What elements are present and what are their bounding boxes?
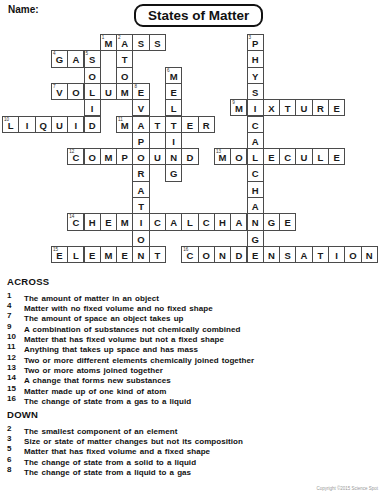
cell-letter: T [166, 118, 181, 132]
cell-letter: U [52, 118, 67, 132]
cell-letter: C [280, 151, 295, 165]
clue-number: 6 [7, 455, 24, 465]
across-clue-4: 4Matter with no fixed volume and no fixe… [7, 301, 254, 311]
across-clue-9: 9A combination of substances not chemica… [7, 322, 254, 332]
down-clue-3: 3Size or state of matter changes but not… [7, 434, 243, 444]
cell-letter: G [248, 232, 263, 246]
clue-number: 12 [7, 353, 24, 363]
grid-cell-r8c8[interactable]: R [132, 164, 149, 181]
cell-letter: L [313, 151, 328, 165]
grid-cell-r3c8[interactable]: 8E [132, 83, 149, 100]
grid-cell-r5c10[interactable]: T [165, 116, 182, 133]
grid-cell-r4c10[interactable]: L [165, 99, 182, 116]
down-clues-section: DOWN 2The smallest component of an eleme… [7, 409, 243, 475]
cell-letter: E [101, 216, 116, 230]
cell-letter: T [313, 248, 328, 262]
cell-letter: T [117, 53, 132, 67]
down-clue-2: 2The smallest component of an element [7, 424, 243, 434]
grid-cell-r3c5[interactable]: L [84, 83, 101, 100]
cell-letter: N [362, 248, 377, 262]
cell-letter: N [215, 248, 230, 262]
cell-letter: O [68, 85, 83, 99]
grid-cell-r7c17[interactable]: C [279, 148, 296, 165]
grid-cell-r7c4[interactable]: 12C [67, 148, 84, 165]
cell-letter: U [296, 102, 311, 116]
grid-cell-r1c3[interactable]: 4G [51, 50, 68, 67]
cell-letter: A [296, 248, 311, 262]
grid-cell-r12c15[interactable]: G [247, 230, 264, 247]
grid-cell-r5c12[interactable]: R [198, 116, 215, 133]
down-heading: DOWN [7, 409, 243, 420]
grid-cell-r11c9[interactable]: C [149, 213, 166, 230]
cell-letter: T [150, 118, 165, 132]
cell-letter: A [248, 134, 263, 148]
clue-number: 11 [7, 342, 24, 352]
grid-cell-r7c20[interactable]: E [328, 148, 345, 165]
grid-cell-r13c20[interactable]: I [328, 246, 345, 263]
grid-cell-r13c5[interactable]: E [84, 246, 101, 263]
grid-cell-r13c21[interactable]: O [344, 246, 361, 263]
grid-cell-r0c9[interactable]: S [149, 34, 166, 51]
grid-cell-r7c6[interactable]: M [100, 148, 117, 165]
down-clue-5: 5Matter that has fixed volume and a fixe… [7, 444, 243, 454]
grid-cell-r12c8[interactable]: O [132, 230, 149, 247]
grid-cell-r4c15[interactable]: I [247, 99, 264, 116]
grid-cell-r11c10[interactable]: A [165, 213, 182, 230]
grid-cell-r11c11[interactable]: L [181, 213, 198, 230]
grid-cell-r11c14[interactable]: A [230, 213, 247, 230]
cell-letter: O [85, 69, 100, 83]
grid-cell-r9c15[interactable]: H [247, 181, 264, 198]
grid-cell-r7c8[interactable]: O [132, 148, 149, 165]
grid-cell-r4c8[interactable]: V [132, 99, 149, 116]
grid-cell-r13c17[interactable]: S [279, 246, 296, 263]
cell-letter: E [182, 118, 197, 132]
grid-cell-r11c7[interactable]: M [116, 213, 133, 230]
clue-number: 4 [7, 301, 24, 311]
grid-cell-r13c7[interactable]: E [116, 246, 133, 263]
across-clue-14: 14A change that forms new substances [7, 373, 254, 383]
cell-letter: E [248, 248, 263, 262]
grid-cell-r11c5[interactable]: H [84, 213, 101, 230]
grid-cell-r13c8[interactable]: N [132, 246, 149, 263]
grid-cell-r0c8[interactable]: S [132, 34, 149, 51]
clue-number: 1 [7, 291, 24, 301]
cell-letter: H [248, 183, 263, 197]
grid-cell-r13c19[interactable]: T [312, 246, 329, 263]
cell-letter: I [329, 248, 344, 262]
cell-letter: G [52, 53, 67, 67]
across-clue-10: 10Matter that has fixed volume but not a… [7, 332, 254, 342]
cell-letter: T [133, 200, 148, 214]
cell-letter: P [133, 134, 148, 148]
grid-cell-r2c7[interactable]: O [116, 67, 133, 84]
grid-cell-r13c14[interactable]: D [230, 246, 247, 263]
cell-letter: G [264, 216, 279, 230]
grid-cell-r7c13[interactable]: 13M [214, 148, 231, 165]
grid-cell-r6c10[interactable]: I [165, 132, 182, 149]
grid-cell-r2c15[interactable]: Y [247, 67, 264, 84]
cell-letter: V [52, 85, 67, 99]
cell-letter: E [329, 102, 344, 116]
grid-cell-r4c18[interactable]: U [295, 99, 312, 116]
cell-letter: S [280, 248, 295, 262]
cell-letter: D [231, 248, 246, 262]
grid-cell-r7c14[interactable]: O [230, 148, 247, 165]
across-clue-16: 16The change of state from a gas to a li… [7, 394, 254, 404]
across-clue-list: 1The amount of matter in an object4Matte… [7, 291, 254, 405]
grid-cell-r3c6[interactable]: U [100, 83, 117, 100]
grid-cell-r4c17[interactable]: T [279, 99, 296, 116]
clue-number: 5 [7, 444, 24, 454]
grid-cell-r7c5[interactable]: O [84, 148, 101, 165]
cell-letter: R [199, 118, 214, 132]
cell-letter: N [264, 248, 279, 262]
grid-cell-r5c5[interactable]: D [84, 116, 101, 133]
cell-letter: I [166, 134, 181, 148]
grid-cell-r3c3[interactable]: 7V [51, 83, 68, 100]
cell-letter: M [101, 37, 116, 51]
grid-cell-r2c10[interactable]: 6M [165, 67, 182, 84]
worksheet-title: States of Matter [134, 4, 263, 27]
cell-letter: T [280, 102, 295, 116]
cell-letter: O [133, 151, 148, 165]
grid-cell-r11c13[interactable]: H [214, 213, 231, 230]
cell-letter: A [117, 37, 132, 51]
grid-cell-r4c19[interactable]: R [312, 99, 329, 116]
cell-letter: T [150, 248, 165, 262]
cell-letter: A [231, 216, 246, 230]
grid-cell-r11c4[interactable]: 14C [67, 213, 84, 230]
cell-letter: A [68, 53, 83, 67]
cell-letter: H [85, 216, 100, 230]
cell-letter: U [296, 151, 311, 165]
cell-letter: S [133, 37, 148, 51]
grid-cell-r1c15[interactable]: H [247, 50, 264, 67]
cell-letter: L [248, 151, 263, 165]
grid-cell-r5c7[interactable]: 11M [116, 116, 133, 133]
grid-cell-r4c20[interactable]: E [328, 99, 345, 116]
cell-letter: L [166, 102, 181, 116]
clue-number: 8 [7, 465, 24, 475]
grid-cell-r2c5[interactable]: O [84, 67, 101, 84]
grid-cell-r5c3[interactable]: U [51, 116, 68, 133]
cell-letter: I [85, 102, 100, 116]
grid-cell-r7c19[interactable]: L [312, 148, 329, 165]
grid-cell-r8c15[interactable]: C [247, 164, 264, 181]
clue-text: The change of state from a gas to a liqu… [24, 397, 191, 406]
clue-number: 16 [7, 394, 24, 404]
name-label: Name: [8, 4, 39, 15]
grid-cell-r4c5[interactable]: I [84, 99, 101, 116]
across-clue-15: 15Matter made up of one kind of atom [7, 384, 254, 394]
grid-cell-r5c8[interactable]: A [132, 116, 149, 133]
cell-letter: E [52, 248, 67, 262]
grid-cell-r5c1[interactable]: I [18, 116, 35, 133]
grid-cell-r0c15[interactable]: 3P [247, 34, 264, 51]
cell-letter: U [101, 85, 116, 99]
cell-letter: C [248, 118, 263, 132]
grid-cell-r3c4[interactable]: O [67, 83, 84, 100]
grid-cell-r3c15[interactable]: S [247, 83, 264, 100]
grid-cell-r10c15[interactable]: A [247, 197, 264, 214]
clue-number: 7 [7, 311, 24, 321]
grid-cell-r5c15[interactable]: C [247, 116, 264, 133]
cell-letter: Y [248, 69, 263, 83]
cell-letter: C [248, 167, 263, 181]
grid-cell-r6c15[interactable]: A [247, 132, 264, 149]
grid-cell-r11c17[interactable]: E [279, 213, 296, 230]
clue-number: 9 [7, 322, 24, 332]
grid-cell-r7c9[interactable]: U [149, 148, 166, 165]
across-heading: ACROSS [7, 276, 254, 287]
cell-letter: D [85, 118, 100, 132]
cell-letter: E [280, 216, 295, 230]
grid-cell-r13c15[interactable]: E [247, 246, 264, 263]
grid-cell-r5c2[interactable]: Q [35, 116, 52, 133]
clue-number: 15 [7, 384, 24, 394]
clue-text: The change of state from a liquid to a g… [24, 468, 191, 477]
grid-cell-r4c14[interactable]: 9M [230, 99, 247, 116]
cell-letter: O [117, 69, 132, 83]
grid-cell-r11c6[interactable]: E [100, 213, 117, 230]
grid-cell-r4c16[interactable]: X [263, 99, 280, 116]
grid-cell-r3c7[interactable]: M [116, 83, 133, 100]
cell-letter: D [182, 151, 197, 165]
cell-letter: O [231, 151, 246, 165]
cell-letter: A [133, 183, 148, 197]
cell-letter: O [133, 232, 148, 246]
cell-letter: V [133, 102, 148, 116]
grid-cell-r13c22[interactable]: N [361, 246, 378, 263]
cell-letter: O [85, 151, 100, 165]
cell-letter: E [133, 85, 148, 99]
clue-number: 14 [7, 373, 24, 383]
cell-letter: R [313, 102, 328, 116]
clue-number: 13 [7, 363, 24, 373]
cell-letter: I [248, 102, 263, 116]
cell-letter: N [133, 248, 148, 262]
cell-letter: O [199, 248, 214, 262]
cell-letter: M [101, 248, 116, 262]
grid-cell-r7c11[interactable]: D [181, 148, 198, 165]
down-clue-list: 2The smallest component of an element3Si… [7, 424, 243, 476]
grid-cell-r11c8[interactable]: I [132, 213, 149, 230]
grid-cell-r7c10[interactable]: N [165, 148, 182, 165]
down-clue-8: 8The change of state from a liquid to a … [7, 465, 243, 475]
cell-letter: S [150, 37, 165, 51]
grid-cell-r13c11[interactable]: 16C [181, 246, 198, 263]
grid-cell-r13c3[interactable]: 15E [51, 246, 68, 263]
grid-cell-r0c6[interactable]: 1M [100, 34, 117, 51]
cell-letter: H [215, 216, 230, 230]
across-clue-12: 12Two or more different elements chemica… [7, 353, 254, 363]
cell-letter: I [133, 216, 148, 230]
grid-cell-r11c12[interactable]: C [198, 213, 215, 230]
cell-letter: E [166, 85, 181, 99]
cell-letter: E [329, 151, 344, 165]
cell-letter: P [248, 37, 263, 51]
clue-number: 10 [7, 332, 24, 342]
cell-letter: C [182, 248, 197, 262]
cell-letter: I [19, 118, 34, 132]
cell-letter: L [68, 248, 83, 262]
cell-letter: N [248, 216, 263, 230]
grid-cell-r7c15[interactable]: L [247, 148, 264, 165]
grid-cell-r5c11[interactable]: E [181, 116, 198, 133]
clue-number: 2 [7, 424, 24, 434]
cell-letter: M [117, 85, 132, 99]
grid-cell-r13c18[interactable]: A [295, 246, 312, 263]
across-clue-1: 1The amount of matter in an object [7, 291, 254, 301]
cell-letter: C [150, 216, 165, 230]
cell-letter: C [199, 216, 214, 230]
grid-cell-r5c4[interactable]: I [67, 116, 84, 133]
cell-letter: Q [36, 118, 51, 132]
cell-letter: E [85, 248, 100, 262]
cell-letter: M [117, 216, 132, 230]
cell-letter: M [231, 102, 246, 116]
cell-letter: C [68, 216, 83, 230]
cell-letter: C [68, 151, 83, 165]
grid-cell-r11c16[interactable]: G [263, 213, 280, 230]
clue-number: 3 [7, 434, 24, 444]
cell-letter: S [85, 53, 100, 67]
grid-cell-r0c7[interactable]: 2A [116, 34, 133, 51]
cell-letter: S [248, 85, 263, 99]
grid-cell-r9c8[interactable]: A [132, 181, 149, 198]
grid-cell-r10c8[interactable]: T [132, 197, 149, 214]
cell-letter: X [264, 102, 279, 116]
copyright-text: Copyright ©2015 Science Spot [316, 486, 378, 491]
cell-letter: M [101, 151, 116, 165]
grid-cell-r7c16[interactable]: E [263, 148, 280, 165]
grid-cell-r13c9[interactable]: T [149, 246, 166, 263]
grid-cell-r13c12[interactable]: O [198, 246, 215, 263]
cell-letter: G [166, 167, 181, 181]
grid-cell-r5c0[interactable]: 10L [2, 116, 19, 133]
grid-cell-r5c9[interactable]: T [149, 116, 166, 133]
grid-cell-r11c15[interactable]: N [247, 213, 264, 230]
grid-cell-r8c10[interactable]: G [165, 164, 182, 181]
cell-letter: M [215, 151, 230, 165]
cell-letter: L [85, 85, 100, 99]
cell-letter: E [264, 151, 279, 165]
cell-letter: O [345, 248, 360, 262]
grid-cell-r1c4[interactable]: A [67, 50, 84, 67]
across-clues-section: ACROSS 1The amount of matter in an objec… [7, 276, 254, 404]
cell-letter: N [166, 151, 181, 165]
grid-cell-r13c16[interactable]: N [263, 246, 280, 263]
cell-letter: A [133, 118, 148, 132]
cell-letter: L [182, 216, 197, 230]
across-clue-7: 7The amount of space an object takes up [7, 311, 254, 321]
cell-letter: U [150, 151, 165, 165]
grid-cell-r6c8[interactable]: P [132, 132, 149, 149]
crossword-grid: 1M2ASS3P4GA5STHOO6MY7VOLUM8EESIVL9MIXTUR… [2, 34, 379, 264]
cell-letter: P [117, 151, 132, 165]
cell-letter: L [3, 118, 18, 132]
cell-letter: M [117, 118, 132, 132]
grid-cell-r13c4[interactable]: L [67, 246, 84, 263]
cell-letter: M [166, 69, 181, 83]
grid-cell-r13c13[interactable]: N [214, 246, 231, 263]
cell-letter: E [117, 248, 132, 262]
cell-letter: A [248, 200, 263, 214]
grid-cell-r13c6[interactable]: M [100, 246, 117, 263]
grid-cell-r7c18[interactable]: U [295, 148, 312, 165]
cell-letter: H [248, 53, 263, 67]
grid-cell-r1c5[interactable]: 5S [84, 50, 101, 67]
cell-letter: A [166, 216, 181, 230]
grid-cell-r1c7[interactable]: T [116, 50, 133, 67]
cell-letter: I [68, 118, 83, 132]
cell-letter: R [133, 167, 148, 181]
grid-cell-r7c7[interactable]: P [116, 148, 133, 165]
grid-cell-r3c10[interactable]: E [165, 83, 182, 100]
